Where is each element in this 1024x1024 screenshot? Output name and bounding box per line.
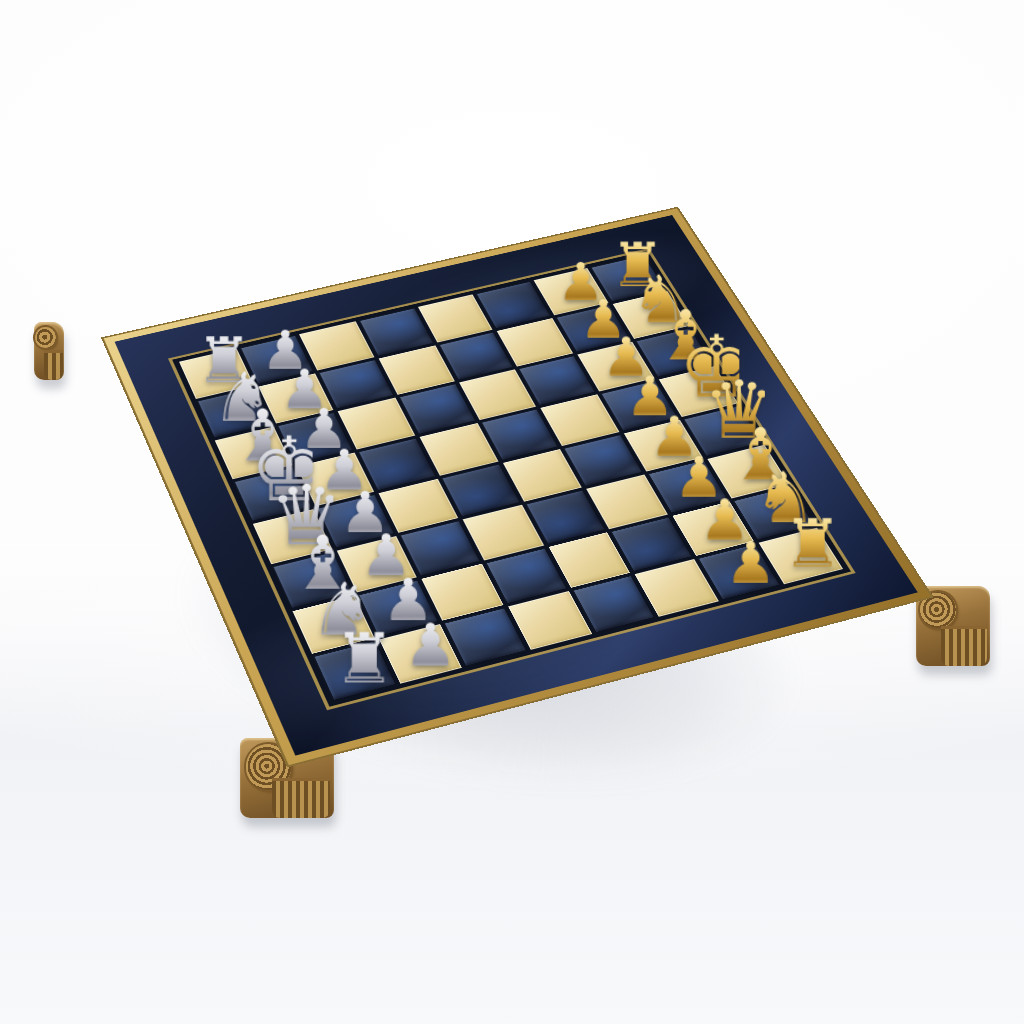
chess-set-photo: ♜♟♟♜♞♟♟♞♝♟♟♝♚♟♟♚♛♟♟♛♝♟♟♝♞♟♟♞♜♟♟♜ [0,0,1024,1024]
column-flutes [272,778,330,818]
square-h4 [359,308,434,357]
playing-field: ♜♟♟♜♞♟♟♞♝♟♟♝♚♟♟♚♛♟♟♛♝♟♟♝♞♟♟♞♜♟♟♜ [172,251,851,707]
square-d8: ♛ [683,405,763,457]
board-leg-far-left [34,322,64,380]
black-bishop: ♝ [655,304,715,370]
column-flutes [44,350,63,380]
square-c8: ♝ [708,445,789,498]
column-flutes [941,626,987,666]
black-king: ♚ [679,327,740,409]
square-d6 [563,434,643,487]
white-rook: ♜ [194,331,254,391]
white-bishop: ♝ [289,529,353,600]
ionic-volute-icon [920,592,956,628]
ionic-volute-icon [35,327,56,348]
white-pawn: ♟ [333,486,396,540]
board-leg-right [916,586,990,666]
black-rook: ♜ [609,236,667,294]
